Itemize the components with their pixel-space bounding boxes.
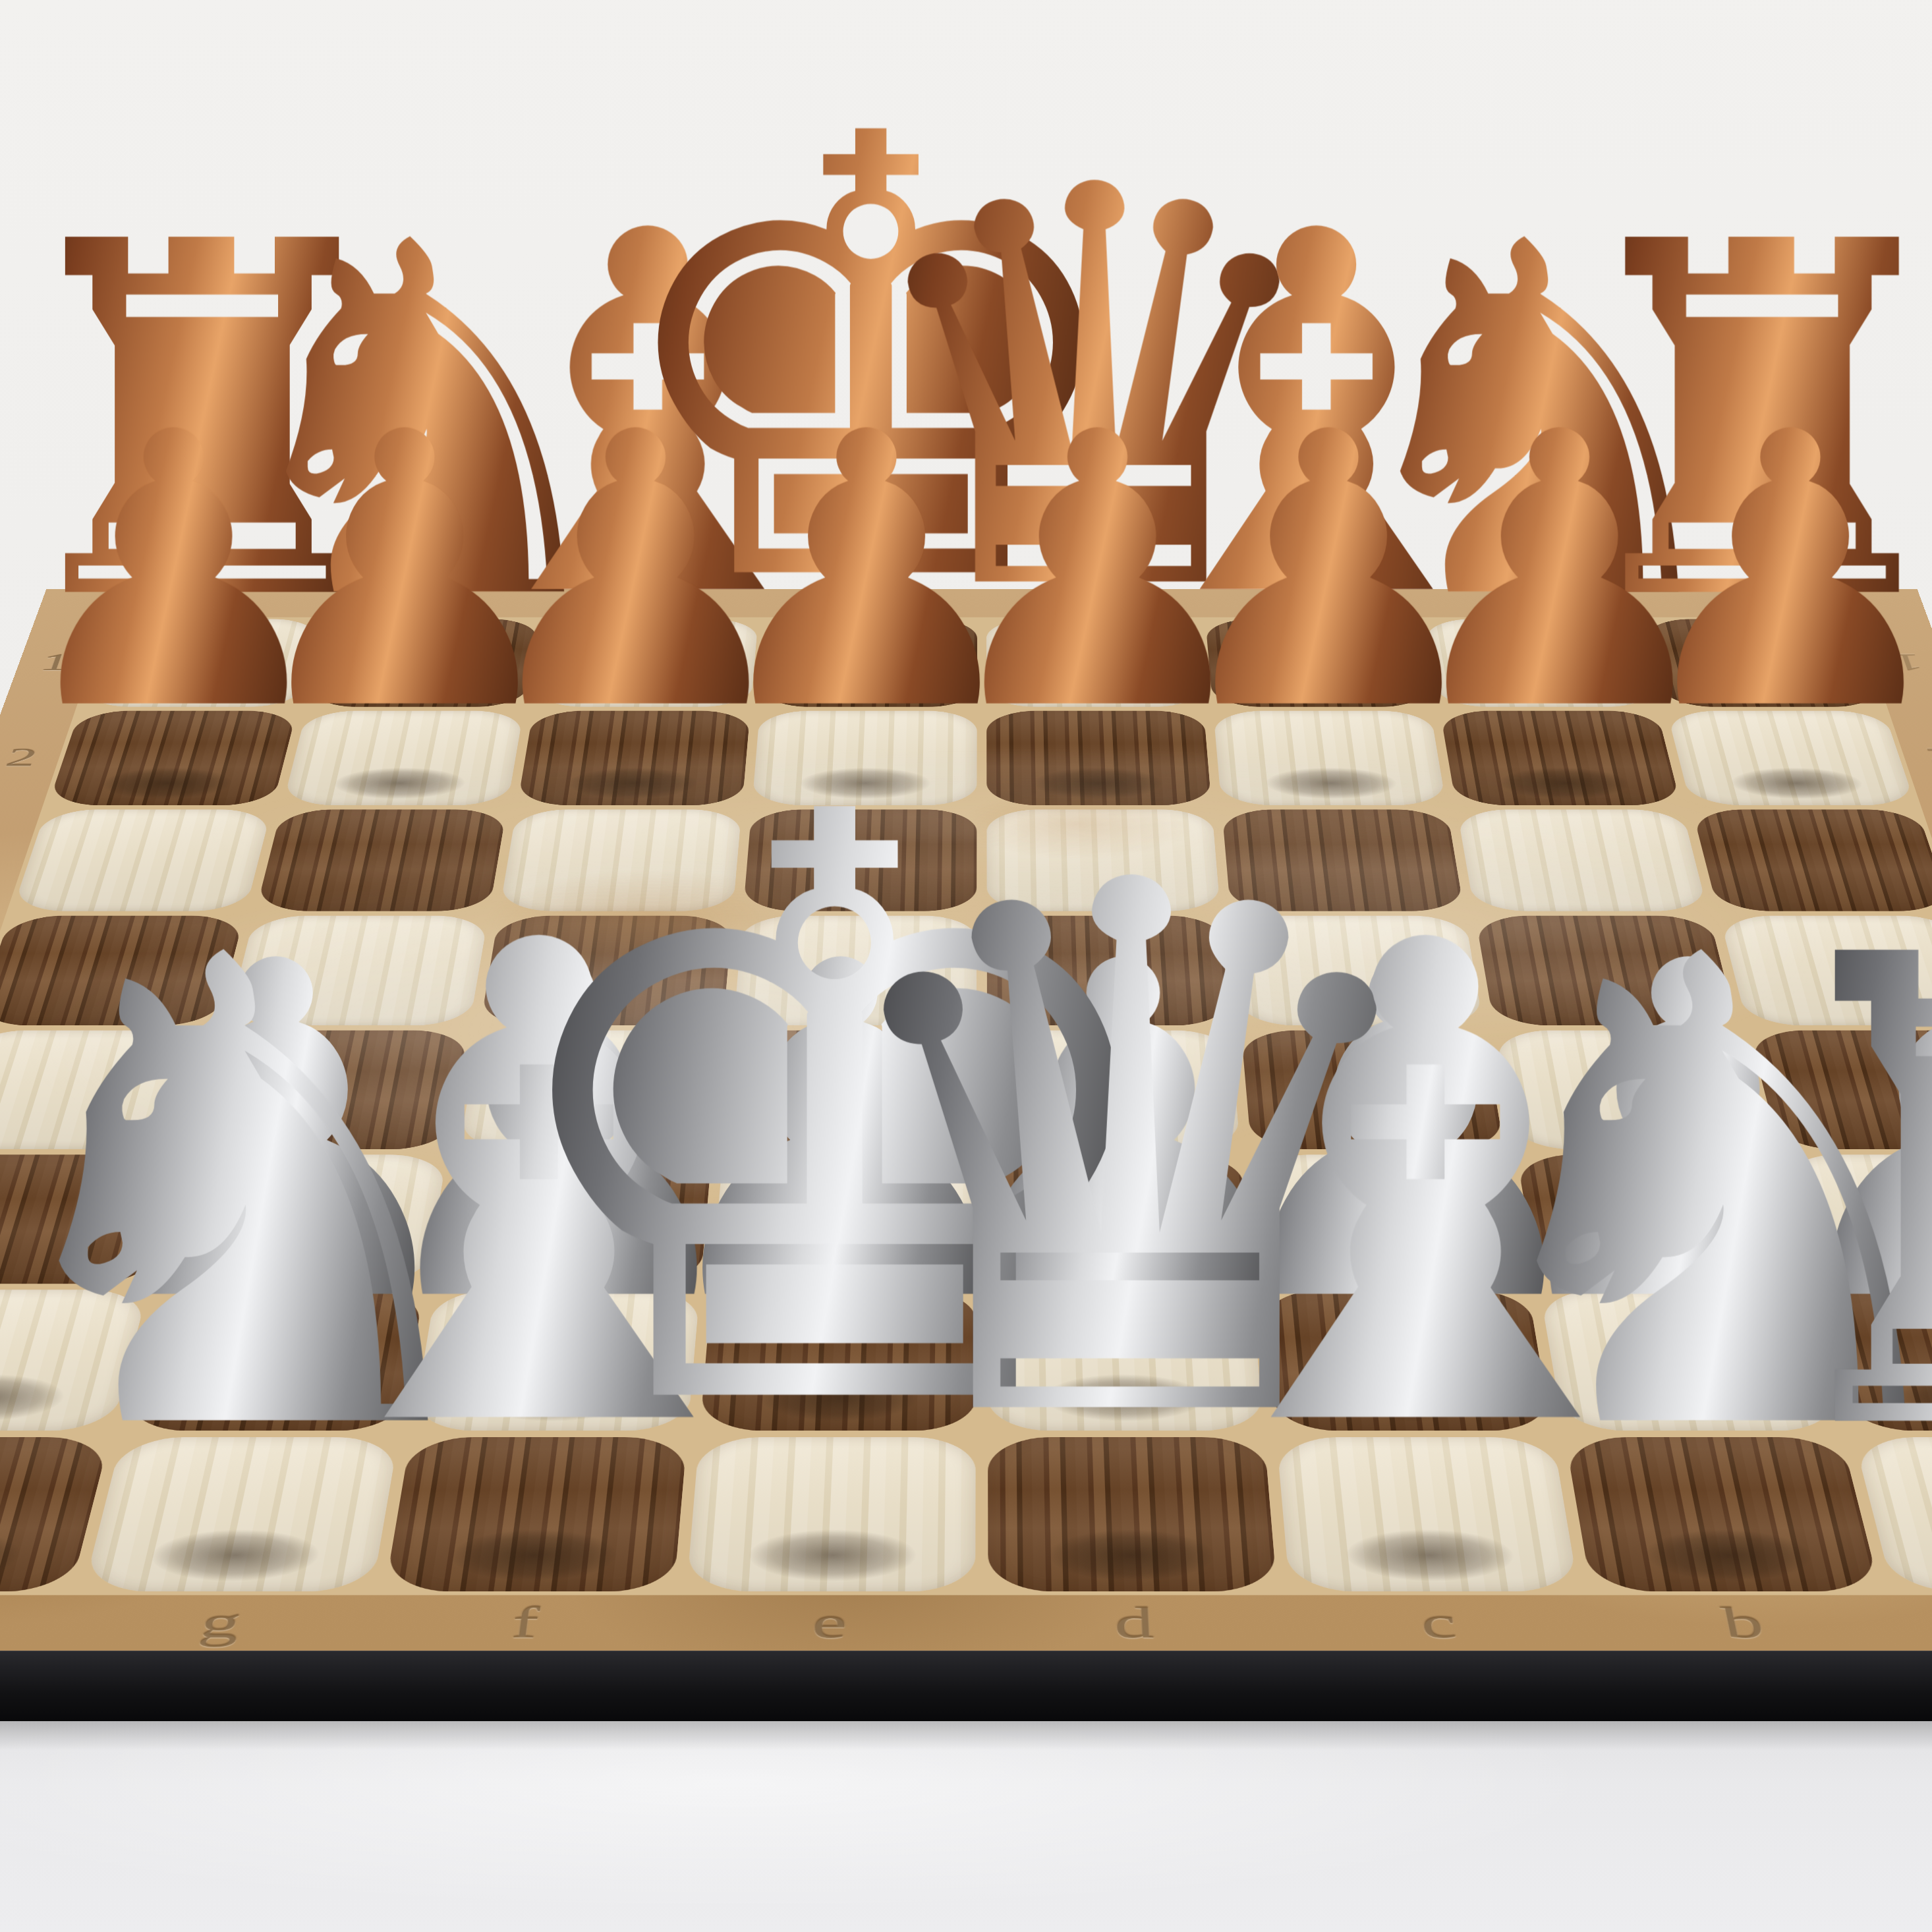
piece-white-pawn[interactable]: ♟ [1390,384,1728,762]
piece-shadow [1459,668,1629,705]
coordinate-label-1: 1 [1867,648,1932,677]
coordinate-label-c: c [1386,1595,1492,1651]
square-tile [48,711,297,805]
piece-shadow [109,668,281,705]
coordinate-label-g: g [165,1595,276,1651]
coordinate-label-e: e [837,589,909,617]
coordinate-label-a: a [1704,589,1783,617]
board-grid: ♜♞♝♚♛♝♞♜♟♟♟♟♟♟♟♟♟♟♟♟♟♟♟♟♜♞♝♚♛♝♞♜ [0,617,1932,1595]
piece-shadow [1707,763,1887,803]
square-h2[interactable]: ♟ [42,709,302,807]
piece-shadow [76,763,256,803]
coordinate-label-d: d [1084,1595,1185,1651]
piece-white-pawn[interactable]: ♟ [1159,384,1498,762]
coordinate-label-b: b [1487,589,1564,617]
piece-white-pawn[interactable]: ♟ [4,384,343,762]
square-tile [81,619,321,707]
square-h1[interactable]: ♜ [76,617,326,709]
piece-shadow [1682,668,1855,705]
square-a2[interactable]: ♟ [1661,709,1921,807]
piece-black-rook[interactable]: ♜ [1727,874,1932,1520]
coordinate-label-d: d [1055,589,1127,617]
coordinate-label-2: 2 [1899,741,1932,774]
coordinate-label-1: 1 [14,648,97,677]
coordinate-label-c: c [1271,589,1346,617]
board-base-side [0,1651,1932,1727]
coordinate-label-h: h [181,589,260,617]
square-tile [1666,711,1916,805]
piece-white-king[interactable]: ♚ [598,58,1143,666]
square-tile [1643,619,1883,707]
coordinate-label-f: f [472,1595,578,1651]
square-b2[interactable]: ♟ [1435,709,1687,807]
scene: ♜♞♝♚♛♝♞♜♟♟♟♟♟♟♟♟♟♟♟♟♟♟♟♟♜♞♝♚♛♝♞♜ hhggffe… [0,0,1932,1932]
coordinate-label-2: 2 [0,741,65,774]
piece-white-queen[interactable]: ♛ [847,116,1340,666]
piece-shadow [1477,763,1653,803]
square-tile [1424,619,1656,707]
piece-shadow [311,763,487,803]
piece-shadow [1236,668,1403,705]
coordinate-label-e: e [779,1595,880,1651]
piece-shadow [723,1522,941,1588]
square-c1[interactable]: ♝ [1201,617,1435,709]
square-a1[interactable]: ♜ [1638,617,1888,709]
coordinate-label-b: b [1688,1595,1798,1651]
piece-shadow [1023,1522,1241,1588]
piece-white-pawn[interactable]: ♟ [1621,384,1932,762]
coordinate-label-g: g [399,589,476,617]
chess-board: ♜♞♝♚♛♝♞♜♟♟♟♟♟♟♟♟♟♟♟♟♟♟♟♟♜♞♝♚♛♝♞♜ hhggffe… [0,589,1932,1651]
square-a8[interactable]: ♜ [1846,1434,1932,1595]
perspective-wrapper: ♜♞♝♚♛♝♞♜♟♟♟♟♟♟♟♟♟♟♟♟♟♟♟♟♜♞♝♚♛♝♞♜ hhggffe… [0,0,1932,1932]
square-tile [1205,619,1430,707]
square-b1[interactable]: ♞ [1419,617,1661,709]
coordinate-label-f: f [618,589,693,617]
table-surface [0,1721,1932,1932]
square-tile [1440,711,1681,805]
